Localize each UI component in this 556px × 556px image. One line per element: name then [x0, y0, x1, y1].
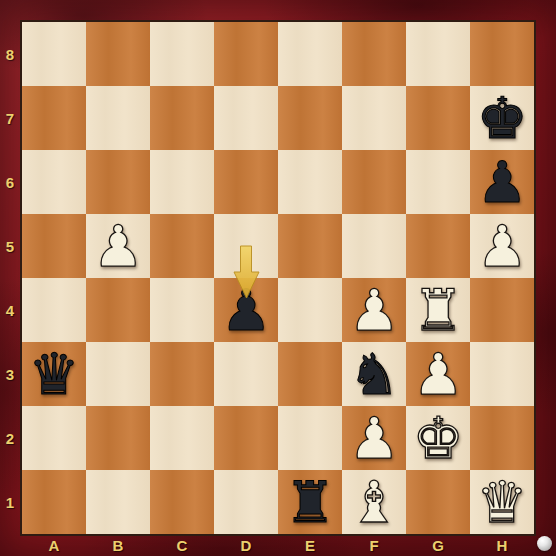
- square-b3[interactable]: [86, 342, 150, 406]
- square-a5[interactable]: [22, 214, 86, 278]
- board-frame: ♚♟♟♟♟♟♜♛♞♟♟♚♜♝♛ 87654321 ABCDEFGH: [0, 0, 556, 556]
- rank-label-6: 6: [0, 150, 20, 214]
- square-d3[interactable]: [214, 342, 278, 406]
- square-d6[interactable]: [214, 150, 278, 214]
- file-label-c: C: [150, 534, 214, 556]
- file-label-d: D: [214, 534, 278, 556]
- square-a1[interactable]: [22, 470, 86, 534]
- square-g4[interactable]: ♜: [406, 278, 470, 342]
- white-pawn-g3[interactable]: ♟: [412, 342, 463, 406]
- square-e4[interactable]: [278, 278, 342, 342]
- square-b2[interactable]: [86, 406, 150, 470]
- white-pawn-h5[interactable]: ♟: [476, 214, 527, 278]
- rank-label-5: 5: [0, 214, 20, 278]
- square-e1[interactable]: ♜: [278, 470, 342, 534]
- square-h1[interactable]: ♛: [470, 470, 534, 534]
- square-h6[interactable]: ♟: [470, 150, 534, 214]
- black-rook-e1[interactable]: ♜: [284, 470, 335, 534]
- rank-label-1: 1: [0, 470, 20, 534]
- square-d2[interactable]: [214, 406, 278, 470]
- square-h8[interactable]: [470, 22, 534, 86]
- square-b5[interactable]: ♟: [86, 214, 150, 278]
- black-pawn-h6[interactable]: ♟: [476, 150, 527, 214]
- square-d4[interactable]: ♟: [214, 278, 278, 342]
- square-g2[interactable]: ♚: [406, 406, 470, 470]
- square-f8[interactable]: [342, 22, 406, 86]
- square-c8[interactable]: [150, 22, 214, 86]
- square-d1[interactable]: [214, 470, 278, 534]
- square-c3[interactable]: [150, 342, 214, 406]
- file-labels: ABCDEFGH: [22, 534, 534, 556]
- square-f4[interactable]: ♟: [342, 278, 406, 342]
- square-c1[interactable]: [150, 470, 214, 534]
- square-g1[interactable]: [406, 470, 470, 534]
- file-label-e: E: [278, 534, 342, 556]
- rank-label-2: 2: [0, 406, 20, 470]
- square-c4[interactable]: [150, 278, 214, 342]
- white-rook-g4[interactable]: ♜: [412, 278, 463, 342]
- square-b4[interactable]: [86, 278, 150, 342]
- file-label-b: B: [86, 534, 150, 556]
- square-c6[interactable]: [150, 150, 214, 214]
- square-g3[interactable]: ♟: [406, 342, 470, 406]
- square-g8[interactable]: [406, 22, 470, 86]
- file-label-g: G: [406, 534, 470, 556]
- square-h7[interactable]: ♚: [470, 86, 534, 150]
- square-h2[interactable]: [470, 406, 534, 470]
- white-king-g2[interactable]: ♚: [412, 406, 463, 470]
- square-e5[interactable]: [278, 214, 342, 278]
- square-f6[interactable]: [342, 150, 406, 214]
- square-e6[interactable]: [278, 150, 342, 214]
- square-g6[interactable]: [406, 150, 470, 214]
- rank-label-7: 7: [0, 86, 20, 150]
- white-pawn-b5[interactable]: ♟: [92, 214, 143, 278]
- square-h5[interactable]: ♟: [470, 214, 534, 278]
- square-f3[interactable]: ♞: [342, 342, 406, 406]
- rank-label-8: 8: [0, 22, 20, 86]
- black-king-h7[interactable]: ♚: [476, 86, 527, 150]
- rank-label-3: 3: [0, 342, 20, 406]
- square-f2[interactable]: ♟: [342, 406, 406, 470]
- rank-labels: 87654321: [0, 22, 20, 534]
- file-label-f: F: [342, 534, 406, 556]
- square-h4[interactable]: [470, 278, 534, 342]
- rank-label-4: 4: [0, 278, 20, 342]
- square-b6[interactable]: [86, 150, 150, 214]
- square-g7[interactable]: [406, 86, 470, 150]
- square-f5[interactable]: [342, 214, 406, 278]
- side-to-move-indicator-ball: [537, 536, 552, 551]
- square-f7[interactable]: [342, 86, 406, 150]
- square-a4[interactable]: [22, 278, 86, 342]
- square-c2[interactable]: [150, 406, 214, 470]
- square-a2[interactable]: [22, 406, 86, 470]
- square-b8[interactable]: [86, 22, 150, 86]
- square-b1[interactable]: [86, 470, 150, 534]
- white-pawn-f4[interactable]: ♟: [348, 278, 399, 342]
- square-a7[interactable]: [22, 86, 86, 150]
- square-d5[interactable]: [214, 214, 278, 278]
- black-pawn-d4[interactable]: ♟: [220, 278, 271, 342]
- file-label-a: A: [22, 534, 86, 556]
- black-queen-a3[interactable]: ♛: [28, 342, 79, 406]
- chess-board: ♚♟♟♟♟♟♜♛♞♟♟♚♜♝♛: [20, 20, 536, 536]
- square-h3[interactable]: [470, 342, 534, 406]
- square-f1[interactable]: ♝: [342, 470, 406, 534]
- square-e7[interactable]: [278, 86, 342, 150]
- square-c7[interactable]: [150, 86, 214, 150]
- square-c5[interactable]: [150, 214, 214, 278]
- black-knight-f3[interactable]: ♞: [348, 342, 399, 406]
- square-a8[interactable]: [22, 22, 86, 86]
- square-a6[interactable]: [22, 150, 86, 214]
- square-e8[interactable]: [278, 22, 342, 86]
- square-g5[interactable]: [406, 214, 470, 278]
- white-queen-h1[interactable]: ♛: [476, 470, 527, 534]
- square-e2[interactable]: [278, 406, 342, 470]
- square-d7[interactable]: [214, 86, 278, 150]
- square-b7[interactable]: [86, 86, 150, 150]
- file-label-h: H: [470, 534, 534, 556]
- square-e3[interactable]: [278, 342, 342, 406]
- white-pawn-f2[interactable]: ♟: [348, 406, 399, 470]
- white-bishop-f1[interactable]: ♝: [348, 470, 399, 534]
- square-d8[interactable]: [214, 22, 278, 86]
- square-a3[interactable]: ♛: [22, 342, 86, 406]
